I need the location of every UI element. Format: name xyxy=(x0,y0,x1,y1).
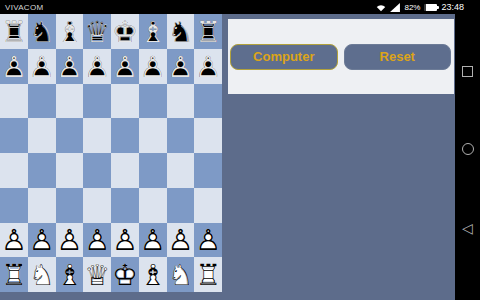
chess-piece-bn-outline: ♘ xyxy=(28,15,56,50)
square-f1[interactable]: ♝♗ xyxy=(139,257,167,292)
chess-piece-wp-outline: ♙ xyxy=(139,224,167,259)
chess-piece-br-fill: ♜ xyxy=(0,15,28,50)
square-d1[interactable]: ♛♕ xyxy=(83,257,111,292)
square-h1[interactable]: ♜♖ xyxy=(194,257,222,292)
signal-icon xyxy=(390,0,400,16)
chess-piece-wp-fill: ♟ xyxy=(0,224,28,259)
chess-piece-bk-outline: ♔ xyxy=(111,15,139,50)
battery-icon xyxy=(424,4,437,11)
square-d4[interactable] xyxy=(83,153,111,188)
square-g4[interactable] xyxy=(167,153,195,188)
chess-piece-wn-outline: ♘ xyxy=(167,258,195,293)
square-c1[interactable]: ♝♗ xyxy=(56,257,84,292)
square-b4[interactable] xyxy=(28,153,56,188)
square-e7[interactable]: ♟♙ xyxy=(111,49,139,84)
chess-piece-bp-outline: ♙ xyxy=(83,50,111,85)
square-b7[interactable]: ♟♙ xyxy=(28,49,56,84)
square-a5[interactable] xyxy=(0,118,28,153)
chess-piece-bp-fill: ♟ xyxy=(83,50,111,85)
square-h4[interactable] xyxy=(194,153,222,188)
chess-piece-bb-fill: ♝ xyxy=(56,15,84,50)
chess-piece-bp-outline: ♙ xyxy=(0,50,28,85)
chess-piece-br-outline: ♖ xyxy=(194,15,222,50)
android-nav-bar: ◁ xyxy=(455,0,480,300)
chess-piece-wp-outline: ♙ xyxy=(194,224,222,259)
chess-piece-bn-outline: ♘ xyxy=(167,15,195,50)
square-g8[interactable]: ♞♘ xyxy=(167,14,195,49)
chess-piece-wp-outline: ♙ xyxy=(0,224,28,259)
square-d5[interactable] xyxy=(83,118,111,153)
square-g5[interactable] xyxy=(167,118,195,153)
chess-piece-br-outline: ♖ xyxy=(0,15,28,50)
chess-piece-bb-outline: ♗ xyxy=(139,15,167,50)
chess-piece-wr-fill: ♜ xyxy=(0,258,28,293)
wifi-icon xyxy=(376,0,386,16)
control-panel: Computer Reset xyxy=(228,19,454,94)
square-f2[interactable]: ♟♙ xyxy=(139,223,167,258)
square-g6[interactable] xyxy=(167,84,195,119)
chess-piece-bn-fill: ♞ xyxy=(28,15,56,50)
square-f3[interactable] xyxy=(139,188,167,223)
chess-piece-wb-outline: ♗ xyxy=(56,258,84,293)
chess-piece-bp-fill: ♟ xyxy=(194,50,222,85)
chess-piece-bk-fill: ♚ xyxy=(111,15,139,50)
square-b8[interactable]: ♞♘ xyxy=(28,14,56,49)
status-bar-right: 82% 23:48 xyxy=(376,0,464,16)
chess-piece-wb-fill: ♝ xyxy=(139,258,167,293)
square-a3[interactable] xyxy=(0,188,28,223)
square-b6[interactable] xyxy=(28,84,56,119)
square-a6[interactable] xyxy=(0,84,28,119)
chess-piece-wp-outline: ♙ xyxy=(111,224,139,259)
chess-piece-wp-fill: ♟ xyxy=(83,224,111,259)
chess-piece-wn-outline: ♘ xyxy=(28,258,56,293)
square-e2[interactable]: ♟♙ xyxy=(111,223,139,258)
chess-piece-bp-fill: ♟ xyxy=(28,50,56,85)
square-d7[interactable]: ♟♙ xyxy=(83,49,111,84)
chess-piece-wn-fill: ♞ xyxy=(28,258,56,293)
square-c4[interactable] xyxy=(56,153,84,188)
chess-piece-wb-outline: ♗ xyxy=(139,258,167,293)
chess-piece-bp-fill: ♟ xyxy=(0,50,28,85)
chess-piece-wp-fill: ♟ xyxy=(167,224,195,259)
square-a2[interactable]: ♟♙ xyxy=(0,223,28,258)
square-e6[interactable] xyxy=(111,84,139,119)
chess-piece-bp-fill: ♟ xyxy=(167,50,195,85)
square-g3[interactable] xyxy=(167,188,195,223)
square-d6[interactable] xyxy=(83,84,111,119)
chess-piece-wq-fill: ♛ xyxy=(83,258,111,293)
chess-piece-wp-outline: ♙ xyxy=(56,224,84,259)
square-h8[interactable]: ♜♖ xyxy=(194,14,222,49)
chess-piece-wp-outline: ♙ xyxy=(28,224,56,259)
back-button-icon[interactable]: ◁ xyxy=(462,221,473,235)
square-a8[interactable]: ♜♖ xyxy=(0,14,28,49)
chess-piece-wp-fill: ♟ xyxy=(194,224,222,259)
chess-piece-bb-fill: ♝ xyxy=(139,15,167,50)
chess-piece-wq-outline: ♕ xyxy=(83,258,111,293)
chess-piece-wp-fill: ♟ xyxy=(111,224,139,259)
chess-piece-bp-outline: ♙ xyxy=(28,50,56,85)
chess-piece-wp-outline: ♙ xyxy=(167,224,195,259)
chess-piece-wp-fill: ♟ xyxy=(28,224,56,259)
carrier-label: VIVACOM xyxy=(5,3,43,12)
recents-button-icon[interactable] xyxy=(462,66,473,77)
chess-piece-bp-outline: ♙ xyxy=(139,50,167,85)
chess-piece-bq-fill: ♛ xyxy=(83,15,111,50)
chess-piece-wk-fill: ♚ xyxy=(111,258,139,293)
chess-piece-br-fill: ♜ xyxy=(194,15,222,50)
square-c8[interactable]: ♝♗ xyxy=(56,14,84,49)
square-c3[interactable] xyxy=(56,188,84,223)
square-d3[interactable] xyxy=(83,188,111,223)
square-f4[interactable] xyxy=(139,153,167,188)
chess-piece-bn-fill: ♞ xyxy=(167,15,195,50)
square-g2[interactable]: ♟♙ xyxy=(167,223,195,258)
chess-board[interactable]: ♜♖♞♘♝♗♛♕♚♔♝♗♞♘♜♖♟♙♟♙♟♙♟♙♟♙♟♙♟♙♟♙♟♙♟♙♟♙♟♙… xyxy=(0,14,222,292)
square-c7[interactable]: ♟♙ xyxy=(56,49,84,84)
square-f5[interactable] xyxy=(139,118,167,153)
square-e4[interactable] xyxy=(111,153,139,188)
square-a1[interactable]: ♜♖ xyxy=(0,257,28,292)
chess-piece-wr-outline: ♖ xyxy=(194,258,222,293)
chess-piece-bp-fill: ♟ xyxy=(111,50,139,85)
chess-piece-wb-fill: ♝ xyxy=(56,258,84,293)
square-h6[interactable] xyxy=(194,84,222,119)
square-c6[interactable] xyxy=(56,84,84,119)
square-h5[interactable] xyxy=(194,118,222,153)
battery-percent: 82% xyxy=(404,3,420,12)
chess-piece-bp-outline: ♙ xyxy=(167,50,195,85)
square-d8[interactable]: ♛♕ xyxy=(83,14,111,49)
square-e1[interactable]: ♚♔ xyxy=(111,257,139,292)
chess-piece-bp-fill: ♟ xyxy=(56,50,84,85)
square-f6[interactable] xyxy=(139,84,167,119)
square-g7[interactable]: ♟♙ xyxy=(167,49,195,84)
square-b3[interactable] xyxy=(28,188,56,223)
reset-button[interactable]: Reset xyxy=(344,44,452,70)
chess-piece-bp-outline: ♙ xyxy=(194,50,222,85)
chess-piece-wp-fill: ♟ xyxy=(56,224,84,259)
square-h3[interactable] xyxy=(194,188,222,223)
chess-piece-bq-outline: ♕ xyxy=(83,15,111,50)
square-b1[interactable]: ♞♘ xyxy=(28,257,56,292)
chess-piece-bp-outline: ♙ xyxy=(56,50,84,85)
home-button-icon[interactable] xyxy=(462,143,474,155)
square-d2[interactable]: ♟♙ xyxy=(83,223,111,258)
square-f8[interactable]: ♝♗ xyxy=(139,14,167,49)
square-h7[interactable]: ♟♙ xyxy=(194,49,222,84)
chess-piece-wp-fill: ♟ xyxy=(139,224,167,259)
square-e8[interactable]: ♚♔ xyxy=(111,14,139,49)
square-c5[interactable] xyxy=(56,118,84,153)
square-g1[interactable]: ♞♘ xyxy=(167,257,195,292)
computer-button[interactable]: Computer xyxy=(230,44,338,70)
chess-piece-bp-outline: ♙ xyxy=(111,50,139,85)
square-e3[interactable] xyxy=(111,188,139,223)
square-f7[interactable]: ♟♙ xyxy=(139,49,167,84)
clock: 23:48 xyxy=(441,2,464,12)
chess-piece-bp-fill: ♟ xyxy=(139,50,167,85)
chess-piece-wr-outline: ♖ xyxy=(0,258,28,293)
chess-piece-wn-fill: ♞ xyxy=(167,258,195,293)
square-a4[interactable] xyxy=(0,153,28,188)
square-h2[interactable]: ♟♙ xyxy=(194,223,222,258)
square-b5[interactable] xyxy=(28,118,56,153)
square-a7[interactable]: ♟♙ xyxy=(0,49,28,84)
chess-piece-wr-fill: ♜ xyxy=(194,258,222,293)
chess-piece-bb-outline: ♗ xyxy=(56,15,84,50)
chess-piece-wk-outline: ♔ xyxy=(111,258,139,293)
chess-piece-wp-outline: ♙ xyxy=(83,224,111,259)
square-c2[interactable]: ♟♙ xyxy=(56,223,84,258)
square-e5[interactable] xyxy=(111,118,139,153)
status-bar: VIVACOM 82% 23:48 xyxy=(0,0,480,14)
square-b2[interactable]: ♟♙ xyxy=(28,223,56,258)
